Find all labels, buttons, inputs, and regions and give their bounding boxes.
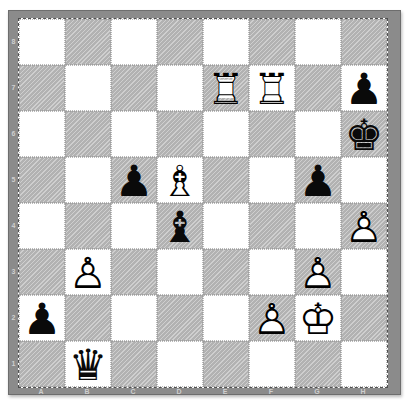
- square-e4[interactable]: [203, 203, 249, 249]
- square-e8[interactable]: [203, 19, 249, 65]
- black-pawn-c5: ♟: [112, 158, 156, 202]
- square-e3[interactable]: [203, 249, 249, 295]
- square-e6[interactable]: [203, 111, 249, 157]
- square-c8[interactable]: [111, 19, 157, 65]
- square-e1[interactable]: [203, 341, 249, 387]
- square-b8[interactable]: [65, 19, 111, 65]
- black-queen-b1: ♛: [66, 342, 110, 386]
- square-b2[interactable]: [65, 295, 111, 341]
- rank-label-3: 3: [9, 248, 18, 294]
- square-f7[interactable]: ♜♖: [249, 65, 295, 111]
- square-e7[interactable]: ♜♖: [203, 65, 249, 111]
- file-label-c: C: [110, 388, 156, 396]
- square-c4[interactable]: [111, 203, 157, 249]
- file-label-g: G: [294, 388, 340, 396]
- rank-label-5: 5: [9, 156, 18, 202]
- square-d5[interactable]: ♝♗: [157, 157, 203, 203]
- square-g8[interactable]: [295, 19, 341, 65]
- file-label-d: D: [156, 388, 202, 396]
- square-d3[interactable]: [157, 249, 203, 295]
- square-g3[interactable]: ♟♙: [295, 249, 341, 295]
- black-pawn-a2: ♟: [20, 296, 64, 340]
- square-e2[interactable]: [203, 295, 249, 341]
- square-c1[interactable]: [111, 341, 157, 387]
- file-label-f: F: [248, 388, 294, 396]
- square-h1[interactable]: [341, 341, 387, 387]
- square-d1[interactable]: [157, 341, 203, 387]
- white-pawn-h4: ♟♙: [342, 204, 386, 248]
- white-king-g2: ♚♔: [296, 296, 340, 340]
- square-h5[interactable]: [341, 157, 387, 203]
- square-f6[interactable]: [249, 111, 295, 157]
- square-g7[interactable]: [295, 65, 341, 111]
- square-f8[interactable]: [249, 19, 295, 65]
- white-pawn-g3: ♟♙: [296, 250, 340, 294]
- square-h6[interactable]: ♚: [341, 111, 387, 157]
- square-d2[interactable]: [157, 295, 203, 341]
- square-d7[interactable]: [157, 65, 203, 111]
- file-label-e: E: [202, 388, 248, 396]
- square-a2[interactable]: ♟: [19, 295, 65, 341]
- black-bishop-d4: ♝: [158, 204, 202, 248]
- square-b1[interactable]: ♛: [65, 341, 111, 387]
- rank-label-6: 6: [9, 110, 18, 156]
- rank-label-7: 7: [9, 64, 18, 110]
- white-rook-f7: ♜♖: [250, 66, 294, 110]
- square-a1[interactable]: [19, 341, 65, 387]
- black-pawn-h7: ♟: [342, 66, 386, 110]
- square-g2[interactable]: ♚♔: [295, 295, 341, 341]
- rank-label-1: 1: [9, 340, 18, 386]
- square-f4[interactable]: [249, 203, 295, 249]
- square-d6[interactable]: [157, 111, 203, 157]
- file-label-h: H: [340, 388, 386, 396]
- file-label-b: B: [64, 388, 110, 396]
- square-b7[interactable]: [65, 65, 111, 111]
- rank-label-8: 8: [9, 18, 18, 64]
- square-d8[interactable]: [157, 19, 203, 65]
- white-bishop-d5: ♝♗: [158, 158, 202, 202]
- board-frame: ♜♖♜♖♟♚♟♝♗♟♝♟♙♟♙♟♙♟♟♙♚♔♛ 87654321ABCDEFGH: [8, 10, 401, 395]
- square-c2[interactable]: [111, 295, 157, 341]
- white-rook-e7: ♜♖: [204, 66, 248, 110]
- square-b6[interactable]: [65, 111, 111, 157]
- square-b5[interactable]: [65, 157, 111, 203]
- square-g4[interactable]: [295, 203, 341, 249]
- square-c3[interactable]: [111, 249, 157, 295]
- white-pawn-b3: ♟♙: [66, 250, 110, 294]
- square-h7[interactable]: ♟: [341, 65, 387, 111]
- square-h8[interactable]: [341, 19, 387, 65]
- square-h3[interactable]: [341, 249, 387, 295]
- square-d4[interactable]: ♝: [157, 203, 203, 249]
- square-f5[interactable]: [249, 157, 295, 203]
- rank-label-2: 2: [9, 294, 18, 340]
- square-c7[interactable]: [111, 65, 157, 111]
- square-b4[interactable]: [65, 203, 111, 249]
- square-f2[interactable]: ♟♙: [249, 295, 295, 341]
- file-label-a: A: [18, 388, 64, 396]
- square-g6[interactable]: [295, 111, 341, 157]
- square-f1[interactable]: [249, 341, 295, 387]
- square-c5[interactable]: ♟: [111, 157, 157, 203]
- square-f3[interactable]: [249, 249, 295, 295]
- square-h4[interactable]: ♟♙: [341, 203, 387, 249]
- black-pawn-g5: ♟: [296, 158, 340, 202]
- square-h2[interactable]: [341, 295, 387, 341]
- square-a4[interactable]: [19, 203, 65, 249]
- square-a7[interactable]: [19, 65, 65, 111]
- chess-board: ♜♖♜♖♟♚♟♝♗♟♝♟♙♟♙♟♙♟♟♙♚♔♛: [18, 18, 388, 388]
- square-a6[interactable]: [19, 111, 65, 157]
- square-g5[interactable]: ♟: [295, 157, 341, 203]
- square-a3[interactable]: [19, 249, 65, 295]
- black-king-h6: ♚: [342, 112, 386, 156]
- square-e5[interactable]: [203, 157, 249, 203]
- rank-label-4: 4: [9, 202, 18, 248]
- white-pawn-f2: ♟♙: [250, 296, 294, 340]
- square-b3[interactable]: ♟♙: [65, 249, 111, 295]
- square-a8[interactable]: [19, 19, 65, 65]
- square-a5[interactable]: [19, 157, 65, 203]
- square-g1[interactable]: [295, 341, 341, 387]
- square-c6[interactable]: [111, 111, 157, 157]
